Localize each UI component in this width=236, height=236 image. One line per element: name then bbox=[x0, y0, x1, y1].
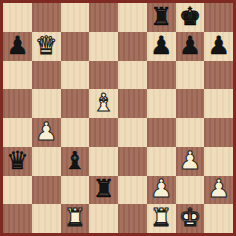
square-h8[interactable] bbox=[204, 3, 233, 32]
black-rook-piece: ♜ bbox=[92, 176, 114, 201]
white-pawn-piece: ♟ bbox=[150, 176, 172, 201]
square-c1[interactable]: ♜ bbox=[61, 204, 90, 233]
board-frame: ♜♚♟♛♟♟♟♝♟♛♝♟♜♟♟♜♜♚ bbox=[0, 0, 236, 236]
square-a1[interactable] bbox=[3, 204, 32, 233]
square-e6[interactable] bbox=[118, 61, 147, 90]
white-queen-piece: ♛ bbox=[35, 33, 57, 58]
square-a5[interactable] bbox=[3, 89, 32, 118]
black-pawn-piece: ♟ bbox=[150, 33, 172, 58]
black-rook-piece: ♜ bbox=[150, 4, 172, 29]
square-d1[interactable] bbox=[89, 204, 118, 233]
square-b2[interactable] bbox=[32, 176, 61, 205]
square-a3[interactable]: ♛ bbox=[3, 147, 32, 176]
square-c7[interactable] bbox=[61, 32, 90, 61]
square-e8[interactable] bbox=[118, 3, 147, 32]
black-pawn-piece: ♟ bbox=[207, 33, 229, 58]
square-f1[interactable]: ♜ bbox=[147, 204, 176, 233]
white-pawn-piece: ♟ bbox=[35, 119, 57, 144]
chess-board: ♜♚♟♛♟♟♟♝♟♛♝♟♜♟♟♜♜♚ bbox=[3, 3, 233, 233]
square-f7[interactable]: ♟ bbox=[147, 32, 176, 61]
square-a8[interactable] bbox=[3, 3, 32, 32]
square-h1[interactable] bbox=[204, 204, 233, 233]
square-g3[interactable]: ♟ bbox=[176, 147, 205, 176]
square-e4[interactable] bbox=[118, 118, 147, 147]
black-pawn-piece: ♟ bbox=[6, 33, 28, 58]
square-b3[interactable] bbox=[32, 147, 61, 176]
white-bishop-piece: ♝ bbox=[92, 90, 114, 115]
square-b4[interactable]: ♟ bbox=[32, 118, 61, 147]
square-b7[interactable]: ♛ bbox=[32, 32, 61, 61]
square-c5[interactable] bbox=[61, 89, 90, 118]
square-a4[interactable] bbox=[3, 118, 32, 147]
square-h4[interactable] bbox=[204, 118, 233, 147]
square-h6[interactable] bbox=[204, 61, 233, 90]
square-c6[interactable] bbox=[61, 61, 90, 90]
square-g7[interactable]: ♟ bbox=[176, 32, 205, 61]
square-g6[interactable] bbox=[176, 61, 205, 90]
square-d2[interactable]: ♜ bbox=[89, 176, 118, 205]
black-bishop-piece: ♝ bbox=[64, 148, 86, 173]
square-f8[interactable]: ♜ bbox=[147, 3, 176, 32]
square-g5[interactable] bbox=[176, 89, 205, 118]
square-a2[interactable] bbox=[3, 176, 32, 205]
square-g1[interactable]: ♚ bbox=[176, 204, 205, 233]
square-d5[interactable]: ♝ bbox=[89, 89, 118, 118]
black-pawn-piece: ♟ bbox=[179, 33, 201, 58]
square-b1[interactable] bbox=[32, 204, 61, 233]
square-e7[interactable] bbox=[118, 32, 147, 61]
square-e1[interactable] bbox=[118, 204, 147, 233]
square-f4[interactable] bbox=[147, 118, 176, 147]
square-d8[interactable] bbox=[89, 3, 118, 32]
square-f3[interactable] bbox=[147, 147, 176, 176]
square-a6[interactable] bbox=[3, 61, 32, 90]
square-c8[interactable] bbox=[61, 3, 90, 32]
square-a7[interactable]: ♟ bbox=[3, 32, 32, 61]
square-c3[interactable]: ♝ bbox=[61, 147, 90, 176]
square-e5[interactable] bbox=[118, 89, 147, 118]
square-b6[interactable] bbox=[32, 61, 61, 90]
square-f6[interactable] bbox=[147, 61, 176, 90]
square-c2[interactable] bbox=[61, 176, 90, 205]
black-queen-piece: ♛ bbox=[6, 148, 28, 173]
square-g4[interactable] bbox=[176, 118, 205, 147]
square-h7[interactable]: ♟ bbox=[204, 32, 233, 61]
square-b5[interactable] bbox=[32, 89, 61, 118]
square-h5[interactable] bbox=[204, 89, 233, 118]
square-b8[interactable] bbox=[32, 3, 61, 32]
square-d7[interactable] bbox=[89, 32, 118, 61]
white-king-piece: ♚ bbox=[179, 205, 201, 230]
white-pawn-piece: ♟ bbox=[207, 176, 229, 201]
square-h2[interactable]: ♟ bbox=[204, 176, 233, 205]
square-e2[interactable] bbox=[118, 176, 147, 205]
white-rook-piece: ♜ bbox=[64, 205, 86, 230]
square-f5[interactable] bbox=[147, 89, 176, 118]
square-h3[interactable] bbox=[204, 147, 233, 176]
square-g8[interactable]: ♚ bbox=[176, 3, 205, 32]
white-pawn-piece: ♟ bbox=[179, 148, 201, 173]
square-g2[interactable] bbox=[176, 176, 205, 205]
square-d3[interactable] bbox=[89, 147, 118, 176]
black-king-piece: ♚ bbox=[179, 4, 201, 29]
square-f2[interactable]: ♟ bbox=[147, 176, 176, 205]
square-d4[interactable] bbox=[89, 118, 118, 147]
square-e3[interactable] bbox=[118, 147, 147, 176]
square-c4[interactable] bbox=[61, 118, 90, 147]
square-d6[interactable] bbox=[89, 61, 118, 90]
white-rook-piece: ♜ bbox=[150, 205, 172, 230]
